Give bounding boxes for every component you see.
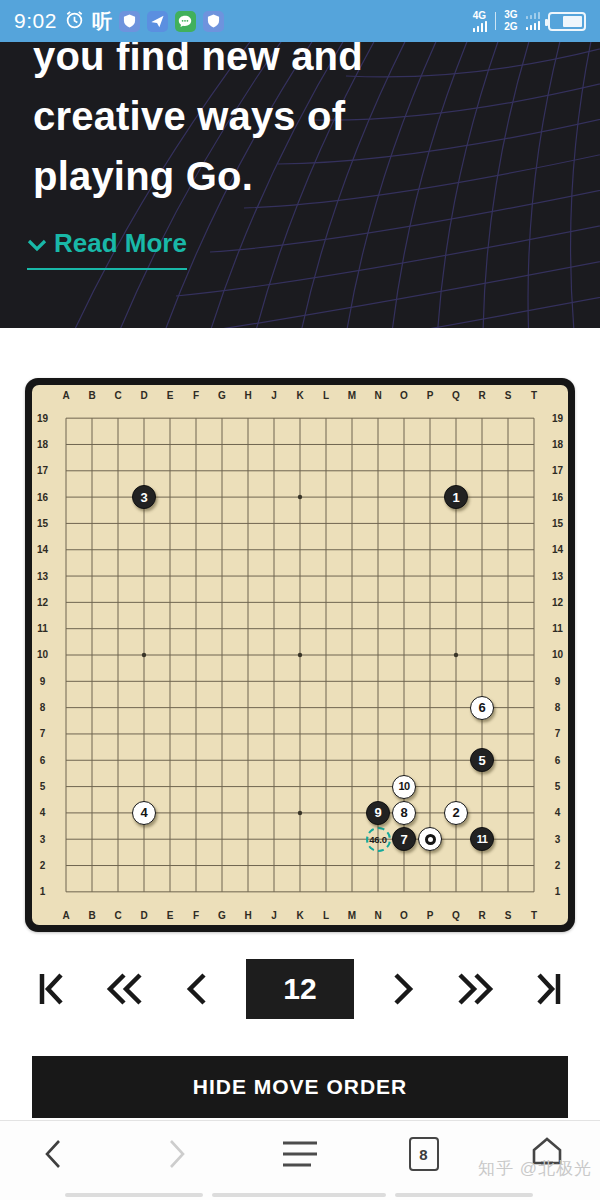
board-intersection-H9[interactable] xyxy=(235,668,261,694)
board-intersection-F12[interactable] xyxy=(183,589,209,615)
board-intersection-J4[interactable] xyxy=(261,800,287,826)
board-intersection-N7[interactable] xyxy=(365,721,391,747)
board-intersection-M4[interactable] xyxy=(339,800,365,826)
board-intersection-N11[interactable] xyxy=(365,616,391,642)
board-intersection-D9[interactable] xyxy=(131,668,157,694)
board-intersection-Q6[interactable] xyxy=(443,747,469,773)
board-intersection-H14[interactable] xyxy=(235,537,261,563)
board-intersection-C14[interactable] xyxy=(105,537,131,563)
board-intersection-K7[interactable] xyxy=(287,721,313,747)
board-intersection-B5[interactable] xyxy=(79,773,105,799)
board-intersection-T18[interactable] xyxy=(521,431,547,457)
board-intersection-B11[interactable] xyxy=(79,616,105,642)
board-intersection-H10[interactable] xyxy=(235,642,261,668)
board-intersection-H13[interactable] xyxy=(235,563,261,589)
board-intersection-R18[interactable] xyxy=(469,431,495,457)
ai-suggestion-marker[interactable]: 46.0 xyxy=(366,827,391,852)
board-intersection-P6[interactable] xyxy=(417,747,443,773)
board-intersection-C1[interactable] xyxy=(105,879,131,905)
board-intersection-C3[interactable] xyxy=(105,826,131,852)
board-intersection-P3[interactable] xyxy=(417,826,443,852)
board-intersection-N9[interactable] xyxy=(365,668,391,694)
board-intersection-H1[interactable] xyxy=(235,879,261,905)
board-intersection-E18[interactable] xyxy=(157,431,183,457)
board-intersection-T5[interactable] xyxy=(521,773,547,799)
board-intersection-Q4[interactable]: 2 xyxy=(443,800,469,826)
board-intersection-F7[interactable] xyxy=(183,721,209,747)
board-intersection-B19[interactable] xyxy=(79,405,105,431)
board-intersection-S1[interactable] xyxy=(495,879,521,905)
board-intersection-M7[interactable] xyxy=(339,721,365,747)
board-intersection-F19[interactable] xyxy=(183,405,209,431)
first-move-button[interactable] xyxy=(36,971,68,1007)
board-intersection-S17[interactable] xyxy=(495,458,521,484)
board-intersection-F2[interactable] xyxy=(183,852,209,878)
board-intersection-P12[interactable] xyxy=(417,589,443,615)
board-intersection-C11[interactable] xyxy=(105,616,131,642)
board-intersection-R19[interactable] xyxy=(469,405,495,431)
board-intersection-Q16[interactable]: 1 xyxy=(443,484,469,510)
board-intersection-L10[interactable] xyxy=(313,642,339,668)
board-intersection-O16[interactable] xyxy=(391,484,417,510)
board-intersection-Q7[interactable] xyxy=(443,721,469,747)
board-intersection-R10[interactable] xyxy=(469,642,495,668)
board-intersection-G19[interactable] xyxy=(209,405,235,431)
board-intersection-G14[interactable] xyxy=(209,537,235,563)
board-intersection-C16[interactable] xyxy=(105,484,131,510)
board-intersection-N17[interactable] xyxy=(365,458,391,484)
board-intersection-H6[interactable] xyxy=(235,747,261,773)
board-intersection-M15[interactable] xyxy=(339,510,365,536)
board-intersection-N2[interactable] xyxy=(365,852,391,878)
board-intersection-H5[interactable] xyxy=(235,773,261,799)
board-intersection-T16[interactable] xyxy=(521,484,547,510)
next-move-button[interactable] xyxy=(391,971,417,1007)
board-intersection-R11[interactable] xyxy=(469,616,495,642)
board-intersection-N4[interactable]: 9 xyxy=(365,800,391,826)
board-intersection-R5[interactable] xyxy=(469,773,495,799)
board-intersection-T12[interactable] xyxy=(521,589,547,615)
board-intersection-F13[interactable] xyxy=(183,563,209,589)
board-intersection-Q13[interactable] xyxy=(443,563,469,589)
board-intersection-K13[interactable] xyxy=(287,563,313,589)
board-intersection-G18[interactable] xyxy=(209,431,235,457)
board-intersection-H18[interactable] xyxy=(235,431,261,457)
board-intersection-B2[interactable] xyxy=(79,852,105,878)
read-more-link[interactable]: Read More xyxy=(27,228,187,270)
board-intersection-N13[interactable] xyxy=(365,563,391,589)
board-intersection-O12[interactable] xyxy=(391,589,417,615)
board-intersection-O5[interactable]: 10 xyxy=(391,773,417,799)
board-intersection-O7[interactable] xyxy=(391,721,417,747)
board-intersection-R2[interactable] xyxy=(469,852,495,878)
board-intersection-M16[interactable] xyxy=(339,484,365,510)
board-intersection-P1[interactable] xyxy=(417,879,443,905)
board-intersection-F9[interactable] xyxy=(183,668,209,694)
board-intersection-H3[interactable] xyxy=(235,826,261,852)
board-intersection-N12[interactable] xyxy=(365,589,391,615)
board-intersection-Q8[interactable] xyxy=(443,694,469,720)
board-intersection-J8[interactable] xyxy=(261,694,287,720)
board-intersection-E17[interactable] xyxy=(157,458,183,484)
board-intersection-L12[interactable] xyxy=(313,589,339,615)
board-intersection-P9[interactable] xyxy=(417,668,443,694)
board-intersection-K19[interactable] xyxy=(287,405,313,431)
board-intersection-N14[interactable] xyxy=(365,537,391,563)
board-intersection-L18[interactable] xyxy=(313,431,339,457)
board-intersection-Q18[interactable] xyxy=(443,431,469,457)
board-intersection-J6[interactable] xyxy=(261,747,287,773)
browser-forward-button[interactable] xyxy=(154,1133,200,1175)
board-intersection-L16[interactable] xyxy=(313,484,339,510)
board-intersection-K17[interactable] xyxy=(287,458,313,484)
board-intersection-G3[interactable] xyxy=(209,826,235,852)
board-intersection-G12[interactable] xyxy=(209,589,235,615)
board-intersection-S6[interactable] xyxy=(495,747,521,773)
board-intersection-D6[interactable] xyxy=(131,747,157,773)
board-intersection-B10[interactable] xyxy=(79,642,105,668)
board-intersection-L11[interactable] xyxy=(313,616,339,642)
board-intersection-T1[interactable] xyxy=(521,879,547,905)
board-intersection-D1[interactable] xyxy=(131,879,157,905)
board-intersection-O3[interactable]: 7 xyxy=(391,826,417,852)
board-intersection-B13[interactable] xyxy=(79,563,105,589)
board-intersection-A18[interactable] xyxy=(53,431,79,457)
board-intersection-L13[interactable] xyxy=(313,563,339,589)
board-intersection-F15[interactable] xyxy=(183,510,209,536)
board-intersection-T4[interactable] xyxy=(521,800,547,826)
board-intersection-C12[interactable] xyxy=(105,589,131,615)
board-intersection-F5[interactable] xyxy=(183,773,209,799)
board-intersection-K5[interactable] xyxy=(287,773,313,799)
board-intersection-M10[interactable] xyxy=(339,642,365,668)
board-intersection-D15[interactable] xyxy=(131,510,157,536)
board-intersection-B1[interactable] xyxy=(79,879,105,905)
board-intersection-B16[interactable] xyxy=(79,484,105,510)
board-intersection-J19[interactable] xyxy=(261,405,287,431)
board-intersection-P13[interactable] xyxy=(417,563,443,589)
board-intersection-E2[interactable] xyxy=(157,852,183,878)
board-intersection-C4[interactable] xyxy=(105,800,131,826)
board-intersection-J10[interactable] xyxy=(261,642,287,668)
board-intersection-M19[interactable] xyxy=(339,405,365,431)
board-intersection-P5[interactable] xyxy=(417,773,443,799)
board-intersection-S18[interactable] xyxy=(495,431,521,457)
board-intersection-C13[interactable] xyxy=(105,563,131,589)
board-intersection-E15[interactable] xyxy=(157,510,183,536)
board-intersection-G4[interactable] xyxy=(209,800,235,826)
board-intersection-L2[interactable] xyxy=(313,852,339,878)
board-intersection-M8[interactable] xyxy=(339,694,365,720)
board-intersection-D12[interactable] xyxy=(131,589,157,615)
board-intersection-G16[interactable] xyxy=(209,484,235,510)
board-intersection-M13[interactable] xyxy=(339,563,365,589)
board-intersection-S4[interactable] xyxy=(495,800,521,826)
board-intersection-R9[interactable] xyxy=(469,668,495,694)
board-intersection-G13[interactable] xyxy=(209,563,235,589)
browser-tabs-button[interactable]: 8 xyxy=(401,1133,447,1175)
board-intersection-R7[interactable] xyxy=(469,721,495,747)
board-intersection-D19[interactable] xyxy=(131,405,157,431)
board-intersection-C6[interactable] xyxy=(105,747,131,773)
board-intersection-D5[interactable] xyxy=(131,773,157,799)
board-intersection-J3[interactable] xyxy=(261,826,287,852)
board-intersection-K3[interactable] xyxy=(287,826,313,852)
previous-move-button[interactable] xyxy=(183,971,209,1007)
board-intersection-A15[interactable] xyxy=(53,510,79,536)
board-intersection-S7[interactable] xyxy=(495,721,521,747)
board-intersection-Q15[interactable] xyxy=(443,510,469,536)
board-intersection-G2[interactable] xyxy=(209,852,235,878)
board-intersection-N5[interactable] xyxy=(365,773,391,799)
board-intersection-D11[interactable] xyxy=(131,616,157,642)
board-intersection-F16[interactable] xyxy=(183,484,209,510)
board-intersection-N1[interactable] xyxy=(365,879,391,905)
board-intersection-K8[interactable] xyxy=(287,694,313,720)
board-intersection-P8[interactable] xyxy=(417,694,443,720)
browser-menu-button[interactable] xyxy=(277,1133,323,1175)
board-intersection-N8[interactable] xyxy=(365,694,391,720)
board-intersection-H17[interactable] xyxy=(235,458,261,484)
board-intersection-S3[interactable] xyxy=(495,826,521,852)
board-intersection-O2[interactable] xyxy=(391,852,417,878)
board-intersection-C2[interactable] xyxy=(105,852,131,878)
board-intersection-Q1[interactable] xyxy=(443,879,469,905)
board-intersection-H19[interactable] xyxy=(235,405,261,431)
hide-move-order-button[interactable]: HIDE MOVE ORDER xyxy=(32,1056,568,1118)
board-intersection-T8[interactable] xyxy=(521,694,547,720)
board-intersection-A5[interactable] xyxy=(53,773,79,799)
board-intersection-A7[interactable] xyxy=(53,721,79,747)
forward-ten-moves-button[interactable] xyxy=(455,971,495,1007)
board-intersection-L9[interactable] xyxy=(313,668,339,694)
board-intersection-P4[interactable] xyxy=(417,800,443,826)
board-intersection-S15[interactable] xyxy=(495,510,521,536)
board-intersection-T10[interactable] xyxy=(521,642,547,668)
board-intersection-T11[interactable] xyxy=(521,616,547,642)
board-intersection-E10[interactable] xyxy=(157,642,183,668)
board-intersection-J14[interactable] xyxy=(261,537,287,563)
board-intersection-M9[interactable] xyxy=(339,668,365,694)
board-intersection-H15[interactable] xyxy=(235,510,261,536)
board-intersection-N18[interactable] xyxy=(365,431,391,457)
board-intersection-F18[interactable] xyxy=(183,431,209,457)
board-intersection-B14[interactable] xyxy=(79,537,105,563)
board-intersection-L15[interactable] xyxy=(313,510,339,536)
board-intersection-H16[interactable] xyxy=(235,484,261,510)
board-intersection-P19[interactable] xyxy=(417,405,443,431)
board-intersection-D4[interactable]: 4 xyxy=(131,800,157,826)
board-intersection-R12[interactable] xyxy=(469,589,495,615)
board-intersection-G15[interactable] xyxy=(209,510,235,536)
board-intersection-G17[interactable] xyxy=(209,458,235,484)
board-intersection-M5[interactable] xyxy=(339,773,365,799)
board-intersection-S5[interactable] xyxy=(495,773,521,799)
board-intersection-O9[interactable] xyxy=(391,668,417,694)
board-intersection-E16[interactable] xyxy=(157,484,183,510)
board-intersection-M6[interactable] xyxy=(339,747,365,773)
board-intersection-J1[interactable] xyxy=(261,879,287,905)
board-intersection-F17[interactable] xyxy=(183,458,209,484)
board-intersection-A19[interactable] xyxy=(53,405,79,431)
board-intersection-D14[interactable] xyxy=(131,537,157,563)
board-intersection-C19[interactable] xyxy=(105,405,131,431)
board-intersection-R3[interactable]: 11 xyxy=(469,826,495,852)
board-intersection-E9[interactable] xyxy=(157,668,183,694)
board-intersection-L6[interactable] xyxy=(313,747,339,773)
board-intersection-M3[interactable] xyxy=(339,826,365,852)
board-intersection-N6[interactable] xyxy=(365,747,391,773)
board-intersection-A4[interactable] xyxy=(53,800,79,826)
board-intersection-K16[interactable] xyxy=(287,484,313,510)
board-intersection-O11[interactable] xyxy=(391,616,417,642)
board-intersection-H7[interactable] xyxy=(235,721,261,747)
board-intersection-F11[interactable] xyxy=(183,616,209,642)
board-intersection-E5[interactable] xyxy=(157,773,183,799)
board-intersection-J9[interactable] xyxy=(261,668,287,694)
board-intersection-D18[interactable] xyxy=(131,431,157,457)
board-intersection-F10[interactable] xyxy=(183,642,209,668)
board-intersection-P16[interactable] xyxy=(417,484,443,510)
board-intersection-D2[interactable] xyxy=(131,852,157,878)
board-intersection-K14[interactable] xyxy=(287,537,313,563)
board-intersection-K12[interactable] xyxy=(287,589,313,615)
board-intersection-M17[interactable] xyxy=(339,458,365,484)
board-intersection-L17[interactable] xyxy=(313,458,339,484)
board-intersection-S9[interactable] xyxy=(495,668,521,694)
board-intersection-F14[interactable] xyxy=(183,537,209,563)
board-intersection-Q10[interactable] xyxy=(443,642,469,668)
board-intersection-R8[interactable]: 6 xyxy=(469,694,495,720)
board-intersection-G5[interactable] xyxy=(209,773,235,799)
board-intersection-F3[interactable] xyxy=(183,826,209,852)
board-intersection-O10[interactable] xyxy=(391,642,417,668)
board-intersection-S13[interactable] xyxy=(495,563,521,589)
board-intersection-E13[interactable] xyxy=(157,563,183,589)
board-intersection-A9[interactable] xyxy=(53,668,79,694)
last-move-button[interactable] xyxy=(532,971,564,1007)
board-intersection-P2[interactable] xyxy=(417,852,443,878)
board-intersection-D7[interactable] xyxy=(131,721,157,747)
board-intersection-G11[interactable] xyxy=(209,616,235,642)
board-intersection-O14[interactable] xyxy=(391,537,417,563)
board-intersection-G7[interactable] xyxy=(209,721,235,747)
board-intersection-P14[interactable] xyxy=(417,537,443,563)
board-intersection-L14[interactable] xyxy=(313,537,339,563)
board-intersection-P10[interactable] xyxy=(417,642,443,668)
board-intersection-Q14[interactable] xyxy=(443,537,469,563)
board-intersection-N16[interactable] xyxy=(365,484,391,510)
board-intersection-J12[interactable] xyxy=(261,589,287,615)
board-intersection-B8[interactable] xyxy=(79,694,105,720)
board-intersection-O18[interactable] xyxy=(391,431,417,457)
board-intersection-H12[interactable] xyxy=(235,589,261,615)
board-intersection-J2[interactable] xyxy=(261,852,287,878)
board-intersection-T17[interactable] xyxy=(521,458,547,484)
board-intersection-G9[interactable] xyxy=(209,668,235,694)
board-intersection-E4[interactable] xyxy=(157,800,183,826)
board-intersection-E12[interactable] xyxy=(157,589,183,615)
board-intersection-Q2[interactable] xyxy=(443,852,469,878)
board-intersection-B15[interactable] xyxy=(79,510,105,536)
board-intersection-N15[interactable] xyxy=(365,510,391,536)
board-intersection-K9[interactable] xyxy=(287,668,313,694)
board-intersection-T7[interactable] xyxy=(521,721,547,747)
board-intersection-M18[interactable] xyxy=(339,431,365,457)
board-intersection-E1[interactable] xyxy=(157,879,183,905)
board-intersection-A2[interactable] xyxy=(53,852,79,878)
board-intersection-D8[interactable] xyxy=(131,694,157,720)
board-intersection-B17[interactable] xyxy=(79,458,105,484)
board-intersection-B9[interactable] xyxy=(79,668,105,694)
board-intersection-K4[interactable] xyxy=(287,800,313,826)
board-intersection-H4[interactable] xyxy=(235,800,261,826)
board-intersection-A12[interactable] xyxy=(53,589,79,615)
board-intersection-B7[interactable] xyxy=(79,721,105,747)
board-intersection-A8[interactable] xyxy=(53,694,79,720)
board-intersection-B6[interactable] xyxy=(79,747,105,773)
board-intersection-R4[interactable] xyxy=(469,800,495,826)
board-intersection-B3[interactable] xyxy=(79,826,105,852)
board-intersection-O13[interactable] xyxy=(391,563,417,589)
board-intersection-A11[interactable] xyxy=(53,616,79,642)
board-intersection-F6[interactable] xyxy=(183,747,209,773)
board-intersection-A14[interactable] xyxy=(53,537,79,563)
board-intersection-G1[interactable] xyxy=(209,879,235,905)
board-intersection-K15[interactable] xyxy=(287,510,313,536)
board-intersection-E14[interactable] xyxy=(157,537,183,563)
board-intersection-F4[interactable] xyxy=(183,800,209,826)
board-intersection-K10[interactable] xyxy=(287,642,313,668)
board-intersection-D17[interactable] xyxy=(131,458,157,484)
board-intersection-A6[interactable] xyxy=(53,747,79,773)
board-intersection-C8[interactable] xyxy=(105,694,131,720)
board-intersection-T14[interactable] xyxy=(521,537,547,563)
board-intersection-S12[interactable] xyxy=(495,589,521,615)
board-intersection-P15[interactable] xyxy=(417,510,443,536)
board-intersection-E6[interactable] xyxy=(157,747,183,773)
board-intersection-L7[interactable] xyxy=(313,721,339,747)
board-intersection-C5[interactable] xyxy=(105,773,131,799)
board-intersection-D3[interactable] xyxy=(131,826,157,852)
board-intersection-M12[interactable] xyxy=(339,589,365,615)
board-intersection-J16[interactable] xyxy=(261,484,287,510)
board-intersection-R6[interactable]: 5 xyxy=(469,747,495,773)
board-intersection-F8[interactable] xyxy=(183,694,209,720)
board-intersection-D10[interactable] xyxy=(131,642,157,668)
board-intersection-G10[interactable] xyxy=(209,642,235,668)
board-intersection-S8[interactable] xyxy=(495,694,521,720)
board-intersection-P7[interactable] xyxy=(417,721,443,747)
browser-back-button[interactable] xyxy=(30,1133,76,1175)
board-intersection-J18[interactable] xyxy=(261,431,287,457)
board-intersection-C10[interactable] xyxy=(105,642,131,668)
board-intersection-K1[interactable] xyxy=(287,879,313,905)
board-intersection-T9[interactable] xyxy=(521,668,547,694)
board-intersection-R17[interactable] xyxy=(469,458,495,484)
board-intersection-L3[interactable] xyxy=(313,826,339,852)
board-intersection-E19[interactable] xyxy=(157,405,183,431)
board-intersection-O8[interactable] xyxy=(391,694,417,720)
board-intersection-P11[interactable] xyxy=(417,616,443,642)
board-intersection-E7[interactable] xyxy=(157,721,183,747)
board-intersection-A16[interactable] xyxy=(53,484,79,510)
board-intersection-P17[interactable] xyxy=(417,458,443,484)
board-intersection-A13[interactable] xyxy=(53,563,79,589)
board-intersection-R16[interactable] xyxy=(469,484,495,510)
board-intersection-J13[interactable] xyxy=(261,563,287,589)
board-intersection-C15[interactable] xyxy=(105,510,131,536)
